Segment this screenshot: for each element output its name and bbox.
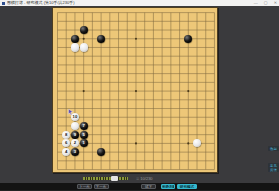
stone[interactable] xyxy=(97,35,105,43)
move-number-label: 2 xyxy=(74,141,76,145)
app-window: 围棋打谱 - 研究模式 (第10手/共230手) — ▢ ✕ 107895621… xyxy=(0,0,279,190)
prev-move-button[interactable]: 上一步 xyxy=(77,184,92,190)
move-slider-row: ≣10/230 xyxy=(0,175,279,182)
ticks-icon: ≣ xyxy=(136,176,139,181)
stone[interactable] xyxy=(71,122,79,130)
stone[interactable] xyxy=(71,35,79,43)
close-button[interactable]: ✕ xyxy=(274,0,277,6)
stone[interactable] xyxy=(80,26,88,34)
slider-handle[interactable] xyxy=(111,176,118,181)
move-counter: ≣10/230 xyxy=(136,176,153,181)
move-number-label: 3 xyxy=(74,150,76,154)
stone[interactable] xyxy=(80,43,88,51)
research-mode-button[interactable]: 研究模式 xyxy=(177,184,197,190)
move-counter-value: 10/230 xyxy=(140,176,152,181)
go-board[interactable]: 10789562143 xyxy=(52,7,218,173)
stone[interactable]: 7 xyxy=(80,122,88,130)
stone[interactable]: 5 xyxy=(80,131,88,139)
move-number-label: 6 xyxy=(65,141,67,145)
maximize-button[interactable]: ▢ xyxy=(264,0,268,6)
move-number-label: 5 xyxy=(82,133,84,137)
move-slider[interactable] xyxy=(83,177,128,180)
move-number-label: 1 xyxy=(82,141,84,145)
bottom-bar xyxy=(0,183,279,191)
collapse-link[interactable]: 收起 xyxy=(268,146,279,151)
next-move-button[interactable]: 下一步 xyxy=(94,184,109,190)
move-number-label: 4 xyxy=(65,150,67,154)
move-number-label: 10 xyxy=(73,115,78,119)
stone[interactable] xyxy=(71,43,79,51)
stone[interactable]: 9 xyxy=(71,131,79,139)
minimize-button[interactable]: — xyxy=(254,0,258,6)
move-number-label: 9 xyxy=(74,133,76,137)
title-bar: 围棋打谱 - 研究模式 (第10手/共230手) — ▢ ✕ xyxy=(0,0,279,6)
try-move-button[interactable]: 试下 xyxy=(141,184,156,190)
app-icon xyxy=(2,2,5,5)
stone[interactable]: 8 xyxy=(62,131,70,139)
window-title: 围棋打谱 - 研究模式 (第10手/共230手) xyxy=(7,0,248,6)
move-number-label: 7 xyxy=(82,124,84,128)
score-estimate-button[interactable]: 形势判断 xyxy=(161,184,175,190)
feedback-link[interactable]: 意见 反馈 xyxy=(268,163,279,172)
move-number-label: 8 xyxy=(65,133,67,137)
